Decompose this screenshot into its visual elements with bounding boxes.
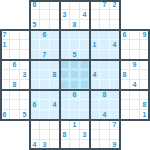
given-digit: 4 bbox=[53, 101, 57, 108]
cell-r11c5[interactable] bbox=[40, 100, 50, 110]
cell-r14c5[interactable] bbox=[40, 130, 50, 140]
cell-r5c8[interactable] bbox=[70, 40, 80, 50]
cell-r5c11[interactable] bbox=[100, 40, 110, 50]
cell-r4c2[interactable] bbox=[10, 30, 20, 40]
given-digit: 8 bbox=[53, 71, 57, 78]
cell-r14c8[interactable] bbox=[70, 130, 80, 140]
cell-r8c2[interactable] bbox=[10, 70, 20, 80]
block-border-horizontal bbox=[30, 148, 120, 150]
cell-r13c11[interactable] bbox=[100, 120, 110, 130]
given-digit: 4 bbox=[113, 41, 117, 48]
given-digit: 1 bbox=[3, 41, 7, 48]
given-digit: 7 bbox=[103, 1, 107, 8]
given-digit: 6 bbox=[43, 31, 47, 38]
cell-r10c14[interactable] bbox=[130, 90, 140, 100]
given-digit: 4 bbox=[133, 81, 137, 88]
cell-r2c5[interactable] bbox=[40, 10, 50, 20]
cell-r4c7[interactable] bbox=[60, 30, 70, 40]
cell-r5c7[interactable] bbox=[60, 40, 70, 50]
given-digit: 7 bbox=[113, 121, 117, 128]
given-digit: 5 bbox=[33, 21, 37, 28]
cell-r7c2[interactable]: 6 bbox=[10, 60, 20, 70]
cell-r4c10[interactable] bbox=[90, 30, 100, 40]
given-digit: 7 bbox=[3, 31, 7, 38]
given-digit: 5 bbox=[73, 51, 77, 58]
cell-r5c5[interactable] bbox=[40, 40, 50, 50]
cell-r13c7[interactable] bbox=[60, 120, 70, 130]
cell-r10c13[interactable] bbox=[120, 90, 130, 100]
block-border-horizontal bbox=[0, 89, 150, 91]
cell-r7c14[interactable]: 9 bbox=[130, 60, 140, 70]
cell-r4c14[interactable] bbox=[130, 30, 140, 40]
given-digit: 4 bbox=[83, 11, 87, 18]
cell-r11c14[interactable] bbox=[130, 100, 140, 110]
given-digit: 1 bbox=[143, 111, 147, 118]
cell-r4c13[interactable]: 6 bbox=[120, 30, 130, 40]
block-border-vertical bbox=[89, 0, 91, 150]
given-digit: 6 bbox=[123, 31, 127, 38]
block-border-horizontal bbox=[0, 29, 150, 31]
cell-r14c10[interactable] bbox=[90, 130, 100, 140]
cell-r14c4[interactable] bbox=[30, 130, 40, 140]
given-digit: 8 bbox=[143, 101, 147, 108]
cell-r8c10[interactable]: 4 bbox=[90, 70, 100, 80]
cell-r13c5[interactable] bbox=[40, 120, 50, 130]
cell-r5c13[interactable] bbox=[120, 40, 130, 50]
given-digit: 9 bbox=[143, 31, 147, 38]
given-digit: 8 bbox=[123, 71, 127, 78]
cell-r11c13[interactable] bbox=[120, 100, 130, 110]
cell-r8c14[interactable] bbox=[130, 70, 140, 80]
cell-r2c8[interactable] bbox=[70, 10, 80, 20]
cell-r13c8[interactable]: 1 bbox=[70, 120, 80, 130]
cell-r8c11[interactable] bbox=[100, 70, 110, 80]
cell-r5c2[interactable] bbox=[10, 40, 20, 50]
cell-r10c7[interactable] bbox=[60, 90, 70, 100]
cell-r10c4[interactable] bbox=[30, 90, 40, 100]
cell-r11c11[interactable] bbox=[100, 100, 110, 110]
given-digit: 4 bbox=[103, 111, 107, 118]
given-digit: 3 bbox=[63, 11, 67, 18]
cell-r13c10[interactable] bbox=[90, 120, 100, 130]
cell-r11c7[interactable] bbox=[60, 100, 70, 110]
cell-r4c11[interactable] bbox=[100, 30, 110, 40]
given-digit: 2 bbox=[113, 1, 117, 8]
cell-r8c8[interactable] bbox=[70, 70, 80, 80]
cell-r7c10[interactable] bbox=[90, 60, 100, 70]
cell-r7c7[interactable] bbox=[60, 60, 70, 70]
given-digit: 4 bbox=[33, 141, 37, 148]
cell-r7c5[interactable] bbox=[40, 60, 50, 70]
cell-r8c4[interactable] bbox=[30, 70, 40, 80]
cell-r7c8[interactable] bbox=[70, 60, 80, 70]
cell-r2c4[interactable] bbox=[30, 10, 40, 20]
block-border-vertical bbox=[119, 0, 121, 150]
cell-r11c4[interactable]: 6 bbox=[30, 100, 40, 110]
cell-r14c7[interactable]: 8 bbox=[60, 130, 70, 140]
cell-r4c5[interactable]: 6 bbox=[40, 30, 50, 40]
cell-r8c5[interactable] bbox=[40, 70, 50, 80]
given-digit: 5 bbox=[23, 111, 27, 118]
given-digit: 8 bbox=[13, 81, 17, 88]
given-digit: 1 bbox=[93, 41, 97, 48]
block-border-vertical bbox=[0, 30, 2, 120]
cell-r5c10[interactable]: 1 bbox=[90, 40, 100, 50]
given-digit: 8 bbox=[103, 91, 107, 98]
sudoku-board: 6723458766911475693848846864865411783439 bbox=[0, 0, 150, 150]
cell-r13c4[interactable] bbox=[30, 120, 40, 130]
cell-r2c10[interactable] bbox=[90, 10, 100, 20]
given-digit: 1 bbox=[73, 121, 77, 128]
given-digit: 3 bbox=[23, 71, 27, 78]
given-digit: 8 bbox=[63, 131, 67, 138]
given-digit: 4 bbox=[93, 71, 97, 78]
given-digit: 3 bbox=[83, 131, 87, 138]
cell-r5c4[interactable] bbox=[30, 40, 40, 50]
block-border-horizontal bbox=[0, 119, 150, 121]
cell-r11c8[interactable] bbox=[70, 100, 80, 110]
cell-r11c10[interactable] bbox=[90, 100, 100, 110]
block-border-vertical bbox=[59, 0, 61, 150]
given-digit: 8 bbox=[73, 21, 77, 28]
given-digit: 7 bbox=[43, 51, 47, 58]
given-digit: 6 bbox=[73, 91, 77, 98]
block-border-horizontal bbox=[30, 0, 120, 2]
cell-r10c2[interactable] bbox=[10, 90, 20, 100]
cell-r4c8[interactable] bbox=[70, 30, 80, 40]
cell-r2c11[interactable] bbox=[100, 10, 110, 20]
cell-r8c13[interactable]: 8 bbox=[120, 70, 130, 80]
cell-r10c5[interactable] bbox=[40, 90, 50, 100]
cell-r10c8[interactable]: 6 bbox=[70, 90, 80, 100]
block-border-vertical bbox=[148, 30, 150, 120]
given-digit: 3 bbox=[43, 141, 47, 148]
cell-r2c7[interactable]: 3 bbox=[60, 10, 70, 20]
given-digit: 6 bbox=[33, 1, 37, 8]
given-digit: 9 bbox=[133, 61, 137, 68]
cell-r11c2[interactable] bbox=[10, 100, 20, 110]
cell-r10c11[interactable]: 8 bbox=[100, 90, 110, 100]
given-digit: 6 bbox=[33, 101, 37, 108]
cell-r4c4[interactable] bbox=[30, 30, 40, 40]
cell-r7c4[interactable] bbox=[30, 60, 40, 70]
given-digit: 6 bbox=[13, 61, 17, 68]
cell-r10c10[interactable] bbox=[90, 90, 100, 100]
cell-r7c13[interactable] bbox=[120, 60, 130, 70]
cell-r8c7[interactable] bbox=[60, 70, 70, 80]
block-border-horizontal bbox=[0, 59, 150, 61]
given-digit: 6 bbox=[3, 111, 7, 118]
cell-r14c11[interactable] bbox=[100, 130, 110, 140]
block-border-vertical bbox=[29, 0, 31, 150]
cell-r7c11[interactable] bbox=[100, 60, 110, 70]
cell-r5c14[interactable] bbox=[130, 40, 140, 50]
given-digit: 9 bbox=[113, 141, 117, 148]
